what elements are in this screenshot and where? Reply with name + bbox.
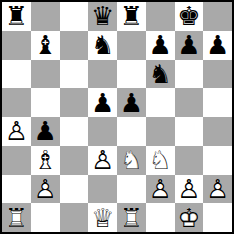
square-c3[interactable]	[60, 146, 89, 175]
piece-fill: ♟	[206, 176, 229, 202]
piece-outline: ♙	[177, 175, 200, 204]
piece-glyph: ♞	[91, 31, 114, 60]
square-f3[interactable]: ♞♘	[146, 146, 175, 175]
square-e1[interactable]: ♜♖	[117, 203, 146, 232]
square-g5[interactable]	[175, 88, 204, 117]
piece-white-queen: ♛♕	[91, 205, 114, 231]
piece-fill: ♜	[120, 205, 143, 231]
piece-black-pawn: ♟	[206, 32, 229, 58]
piece-white-pawn: ♟♙	[5, 118, 28, 144]
piece-black-bishop: ♝	[33, 32, 56, 58]
piece-black-knight: ♞	[148, 61, 171, 87]
piece-glyph: ♟	[177, 31, 200, 60]
square-h2[interactable]: ♟♙	[203, 175, 232, 204]
piece-black-rook: ♜	[5, 3, 28, 29]
square-a8[interactable]: ♜	[2, 2, 31, 31]
piece-outline: ♙	[33, 175, 56, 204]
square-g2[interactable]: ♟♙	[175, 175, 204, 204]
piece-black-pawn: ♟	[91, 90, 114, 116]
piece-white-rook: ♜♖	[120, 205, 143, 231]
square-g7[interactable]: ♟	[175, 31, 204, 60]
square-f4[interactable]	[146, 117, 175, 146]
piece-outline: ♗	[33, 146, 56, 175]
square-b3[interactable]: ♝♗	[31, 146, 60, 175]
square-d8[interactable]: ♛	[88, 2, 117, 31]
square-e5[interactable]: ♟	[117, 88, 146, 117]
piece-outline: ♙	[148, 175, 171, 204]
square-b2[interactable]: ♟♙	[31, 175, 60, 204]
piece-outline: ♖	[5, 203, 28, 232]
square-g1[interactable]: ♚♔	[175, 203, 204, 232]
square-a3[interactable]	[2, 146, 31, 175]
piece-white-rook: ♜♖	[5, 205, 28, 231]
square-a2[interactable]	[2, 175, 31, 204]
piece-white-king: ♚♔	[177, 205, 200, 231]
piece-fill: ♟	[5, 118, 28, 144]
square-f6[interactable]: ♞	[146, 60, 175, 89]
square-a7[interactable]	[2, 31, 31, 60]
square-h3[interactable]	[203, 146, 232, 175]
square-d7[interactable]: ♞	[88, 31, 117, 60]
piece-fill: ♟	[148, 176, 171, 202]
square-d2[interactable]	[88, 175, 117, 204]
piece-fill: ♚	[177, 205, 200, 231]
piece-black-king: ♚	[177, 3, 200, 29]
square-b1[interactable]	[31, 203, 60, 232]
square-b6[interactable]	[31, 60, 60, 89]
piece-outline: ♙	[91, 146, 114, 175]
piece-black-rook: ♜	[120, 3, 143, 29]
piece-fill: ♞	[148, 147, 171, 173]
piece-black-knight: ♞	[91, 32, 114, 58]
piece-outline: ♙	[5, 117, 28, 146]
square-c8[interactable]	[60, 2, 89, 31]
square-d6[interactable]	[88, 60, 117, 89]
piece-white-pawn: ♟♙	[33, 176, 56, 202]
piece-fill: ♝	[33, 147, 56, 173]
square-b8[interactable]	[31, 2, 60, 31]
square-d5[interactable]: ♟	[88, 88, 117, 117]
piece-fill: ♟	[177, 176, 200, 202]
piece-fill: ♛	[91, 205, 114, 231]
square-a6[interactable]	[2, 60, 31, 89]
square-f2[interactable]: ♟♙	[146, 175, 175, 204]
chess-board: ♜♛♜♚♝♞♟♟♟♞♟♟♟♙♟♝♗♟♙♞♘♞♘♟♙♟♙♟♙♟♙♜♖♛♕♜♖♚♔	[0, 0, 234, 234]
square-h7[interactable]: ♟	[203, 31, 232, 60]
square-h1[interactable]	[203, 203, 232, 232]
square-e2[interactable]	[117, 175, 146, 204]
piece-outline: ♘	[120, 146, 143, 175]
piece-glyph: ♜	[120, 2, 143, 31]
piece-white-pawn: ♟♙	[148, 176, 171, 202]
square-h4[interactable]	[203, 117, 232, 146]
square-g6[interactable]	[175, 60, 204, 89]
piece-glyph: ♟	[120, 88, 143, 117]
piece-fill: ♟	[33, 176, 56, 202]
piece-glyph: ♟	[148, 31, 171, 60]
square-d3[interactable]: ♟♙	[88, 146, 117, 175]
square-h5[interactable]	[203, 88, 232, 117]
piece-glyph: ♟	[33, 117, 56, 146]
piece-outline: ♘	[148, 146, 171, 175]
square-c1[interactable]	[60, 203, 89, 232]
square-b4[interactable]: ♟	[31, 117, 60, 146]
square-g8[interactable]: ♚	[175, 2, 204, 31]
square-c2[interactable]	[60, 175, 89, 204]
square-f1[interactable]	[146, 203, 175, 232]
square-d1[interactable]: ♛♕	[88, 203, 117, 232]
piece-glyph: ♛	[91, 2, 114, 31]
piece-glyph: ♚	[177, 2, 200, 31]
square-e6[interactable]	[117, 60, 146, 89]
square-f5[interactable]	[146, 88, 175, 117]
square-e3[interactable]: ♞♘	[117, 146, 146, 175]
piece-outline: ♖	[120, 203, 143, 232]
square-a4[interactable]: ♟♙	[2, 117, 31, 146]
square-h6[interactable]	[203, 60, 232, 89]
square-g3[interactable]	[175, 146, 204, 175]
piece-outline: ♔	[177, 203, 200, 232]
piece-white-knight: ♞♘	[120, 147, 143, 173]
square-a5[interactable]	[2, 88, 31, 117]
piece-glyph: ♟	[206, 31, 229, 60]
piece-black-pawn: ♟	[177, 32, 200, 58]
piece-white-knight: ♞♘	[148, 147, 171, 173]
piece-black-pawn: ♟	[33, 118, 56, 144]
square-g4[interactable]	[175, 117, 204, 146]
piece-glyph: ♝	[33, 31, 56, 60]
piece-white-bishop: ♝♗	[33, 147, 56, 173]
piece-white-pawn: ♟♙	[177, 176, 200, 202]
square-c5[interactable]	[60, 88, 89, 117]
square-a1[interactable]: ♜♖	[2, 203, 31, 232]
piece-fill: ♟	[91, 147, 114, 173]
square-f8[interactable]	[146, 2, 175, 31]
square-b5[interactable]	[31, 88, 60, 117]
square-c6[interactable]	[60, 60, 89, 89]
piece-white-pawn: ♟♙	[91, 147, 114, 173]
piece-fill: ♞	[120, 147, 143, 173]
piece-fill: ♜	[5, 205, 28, 231]
piece-black-pawn: ♟	[120, 90, 143, 116]
square-d4[interactable]	[88, 117, 117, 146]
square-e7[interactable]	[117, 31, 146, 60]
piece-glyph: ♞	[148, 60, 171, 89]
square-f7[interactable]: ♟	[146, 31, 175, 60]
square-b7[interactable]: ♝	[31, 31, 60, 60]
square-h8[interactable]	[203, 2, 232, 31]
square-e4[interactable]	[117, 117, 146, 146]
piece-glyph: ♟	[91, 88, 114, 117]
piece-outline: ♙	[206, 175, 229, 204]
square-c4[interactable]	[60, 117, 89, 146]
piece-glyph: ♜	[5, 2, 28, 31]
piece-white-pawn: ♟♙	[206, 176, 229, 202]
square-e8[interactable]: ♜	[117, 2, 146, 31]
piece-black-pawn: ♟	[148, 32, 171, 58]
piece-outline: ♕	[91, 203, 114, 232]
square-c7[interactable]	[60, 31, 89, 60]
piece-black-queen: ♛	[91, 3, 114, 29]
